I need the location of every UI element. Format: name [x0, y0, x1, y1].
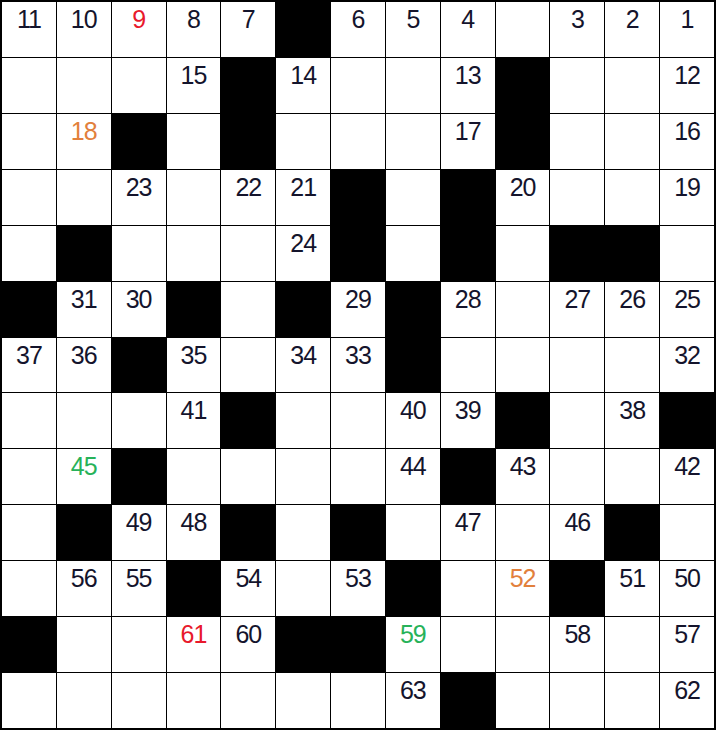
white-cell-r13-c8[interactable]: 63 [386, 673, 440, 728]
white-cell-r2-c1[interactable] [2, 58, 56, 113]
white-cell-r6-c11[interactable]: 27 [550, 282, 604, 337]
black-cell-r6-c6 [276, 282, 330, 337]
black-cell-r1-c6 [276, 2, 330, 57]
black-cell-r8-c5 [221, 393, 275, 448]
black-cell-r11-c4 [167, 561, 221, 616]
clue-number-42: 42 [674, 449, 700, 479]
white-cell-r5-c4[interactable] [167, 226, 221, 281]
white-cell-r10-c3[interactable]: 49 [112, 505, 166, 560]
clue-number-25: 25 [674, 282, 700, 312]
white-cell-r1-c2[interactable]: 10 [57, 2, 111, 57]
white-cell-r8-c9[interactable]: 39 [441, 393, 495, 448]
clue-number-38: 38 [619, 393, 645, 423]
clue-number-61: 61 [181, 617, 207, 647]
white-cell-r4-c8[interactable] [386, 170, 440, 225]
clue-number-36: 36 [71, 338, 97, 368]
white-cell-r4-c12[interactable] [605, 170, 659, 225]
black-cell-r10-c2 [57, 505, 111, 560]
white-cell-r4-c6[interactable]: 21 [276, 170, 330, 225]
white-cell-r4-c3[interactable]: 23 [112, 170, 166, 225]
white-cell-r13-c12[interactable] [605, 673, 659, 728]
white-cell-r13-c13[interactable]: 62 [660, 673, 714, 728]
black-cell-r9-c9 [441, 449, 495, 504]
white-cell-r11-c12[interactable]: 51 [605, 561, 659, 616]
clue-number-13: 13 [455, 58, 481, 88]
white-cell-r10-c8[interactable] [386, 505, 440, 560]
black-cell-r7-c8 [386, 338, 440, 393]
white-cell-r8-c4[interactable]: 41 [167, 393, 221, 448]
clue-number-27: 27 [564, 282, 590, 312]
white-cell-r12-c3[interactable] [112, 617, 166, 672]
white-cell-r6-c10[interactable] [496, 282, 550, 337]
white-cell-r2-c11[interactable] [550, 58, 604, 113]
black-cell-r13-c9 [441, 673, 495, 728]
white-cell-r9-c1[interactable] [2, 449, 56, 504]
white-cell-r12-c9[interactable] [441, 617, 495, 672]
black-cell-r9-c3 [112, 449, 166, 504]
white-cell-r2-c9[interactable]: 13 [441, 58, 495, 113]
white-cell-r12-c13[interactable]: 57 [660, 617, 714, 672]
white-cell-r6-c12[interactable]: 26 [605, 282, 659, 337]
white-cell-r2-c13[interactable]: 12 [660, 58, 714, 113]
black-cell-r6-c8 [386, 282, 440, 337]
clue-number-31: 31 [71, 282, 97, 312]
white-cell-r13-c2[interactable] [57, 673, 111, 728]
black-cell-r8-c10 [496, 393, 550, 448]
white-cell-r7-c1[interactable]: 37 [2, 338, 56, 393]
white-cell-r6-c9[interactable]: 28 [441, 282, 495, 337]
clue-number-32: 32 [674, 338, 700, 368]
black-cell-r6-c1 [2, 282, 56, 337]
clue-number-56: 56 [71, 561, 97, 591]
clue-number-35: 35 [181, 338, 207, 368]
clue-number-46: 46 [564, 505, 590, 535]
clue-number-12: 12 [674, 58, 700, 88]
white-cell-r8-c1[interactable] [2, 393, 56, 448]
white-cell-r8-c12[interactable]: 38 [605, 393, 659, 448]
black-cell-r3-c5 [221, 114, 275, 169]
white-cell-r1-c8[interactable]: 5 [386, 2, 440, 57]
clue-number-5: 5 [406, 2, 419, 32]
white-cell-r4-c10[interactable]: 20 [496, 170, 550, 225]
white-cell-r1-c5[interactable]: 7 [221, 2, 275, 57]
white-cell-r10-c11[interactable]: 46 [550, 505, 604, 560]
white-cell-r11-c9[interactable] [441, 561, 495, 616]
white-cell-r11-c7[interactable]: 53 [331, 561, 385, 616]
white-cell-r7-c2[interactable]: 36 [57, 338, 111, 393]
clue-number-41: 41 [181, 393, 207, 423]
white-cell-r9-c8[interactable]: 44 [386, 449, 440, 504]
white-cell-r4-c4[interactable] [167, 170, 221, 225]
white-cell-r1-c12[interactable]: 2 [605, 2, 659, 57]
clue-number-10: 10 [71, 2, 97, 32]
white-cell-r3-c9[interactable]: 17 [441, 114, 495, 169]
black-cell-r7-c3 [112, 338, 166, 393]
white-cell-r9-c2[interactable]: 45 [57, 449, 111, 504]
white-cell-r10-c4[interactable]: 48 [167, 505, 221, 560]
crossword-grid: 1110987654321151413121817162322212019243… [0, 0, 716, 730]
white-cell-r9-c13[interactable]: 42 [660, 449, 714, 504]
clue-number-50: 50 [674, 561, 700, 591]
white-cell-r2-c6[interactable]: 14 [276, 58, 330, 113]
white-cell-r11-c5[interactable]: 54 [221, 561, 275, 616]
black-cell-r8-c13 [660, 393, 714, 448]
white-cell-r2-c8[interactable] [386, 58, 440, 113]
white-cell-r6-c7[interactable]: 29 [331, 282, 385, 337]
black-cell-r5-c12 [605, 226, 659, 281]
clue-number-4: 4 [461, 2, 474, 32]
white-cell-r1-c1[interactable]: 11 [2, 2, 56, 57]
black-cell-r2-c5 [221, 58, 275, 113]
clue-number-24: 24 [290, 226, 316, 256]
white-cell-r5-c5[interactable] [221, 226, 275, 281]
white-cell-r9-c7[interactable] [331, 449, 385, 504]
black-cell-r12-c6 [276, 617, 330, 672]
white-cell-r8-c8[interactable]: 40 [386, 393, 440, 448]
white-cell-r11-c2[interactable]: 56 [57, 561, 111, 616]
white-cell-r13-c4[interactable] [167, 673, 221, 728]
white-cell-r8-c11[interactable] [550, 393, 604, 448]
clue-number-54: 54 [235, 561, 261, 591]
white-cell-r6-c13[interactable]: 25 [660, 282, 714, 337]
clue-number-33: 33 [345, 338, 371, 368]
white-cell-r10-c13[interactable] [660, 505, 714, 560]
clue-number-43: 43 [510, 449, 536, 479]
clue-number-55: 55 [126, 561, 152, 591]
white-cell-r7-c6[interactable]: 34 [276, 338, 330, 393]
clue-number-34: 34 [290, 338, 316, 368]
white-cell-r8-c2[interactable] [57, 393, 111, 448]
black-cell-r12-c1 [2, 617, 56, 672]
white-cell-r3-c4[interactable] [167, 114, 221, 169]
white-cell-r7-c12[interactable] [605, 338, 659, 393]
white-cell-r12-c8[interactable]: 59 [386, 617, 440, 672]
white-cell-r1-c7[interactable]: 6 [331, 2, 385, 57]
white-cell-r7-c5[interactable] [221, 338, 275, 393]
clue-number-26: 26 [619, 282, 645, 312]
white-cell-r1-c13[interactable]: 1 [660, 2, 714, 57]
black-cell-r4-c7 [331, 170, 385, 225]
white-cell-r13-c5[interactable] [221, 673, 275, 728]
black-cell-r6-c4 [167, 282, 221, 337]
clue-number-28: 28 [455, 282, 481, 312]
white-cell-r2-c2[interactable] [57, 58, 111, 113]
white-cell-r11-c3[interactable]: 55 [112, 561, 166, 616]
white-cell-r11-c1[interactable] [2, 561, 56, 616]
black-cell-r5-c2 [57, 226, 111, 281]
white-cell-r3-c13[interactable]: 16 [660, 114, 714, 169]
clue-number-45: 45 [71, 449, 97, 479]
white-cell-r7-c4[interactable]: 35 [167, 338, 221, 393]
white-cell-r9-c11[interactable] [550, 449, 604, 504]
white-cell-r5-c8[interactable] [386, 226, 440, 281]
white-cell-r7-c7[interactable]: 33 [331, 338, 385, 393]
white-cell-r2-c3[interactable] [112, 58, 166, 113]
white-cell-r3-c6[interactable] [276, 114, 330, 169]
clue-number-53: 53 [345, 561, 371, 591]
clue-number-22: 22 [235, 170, 261, 200]
black-cell-r2-c10 [496, 58, 550, 113]
white-cell-r4-c2[interactable] [57, 170, 111, 225]
white-cell-r8-c7[interactable] [331, 393, 385, 448]
white-cell-r2-c4[interactable]: 15 [167, 58, 221, 113]
white-cell-r13-c7[interactable] [331, 673, 385, 728]
white-cell-r5-c13[interactable] [660, 226, 714, 281]
clue-number-40: 40 [400, 393, 426, 423]
white-cell-r11-c13[interactable]: 50 [660, 561, 714, 616]
black-cell-r5-c7 [331, 226, 385, 281]
clue-number-37: 37 [16, 338, 42, 368]
white-cell-r5-c10[interactable] [496, 226, 550, 281]
white-cell-r12-c10[interactable] [496, 617, 550, 672]
black-cell-r5-c9 [441, 226, 495, 281]
white-cell-r1-c9[interactable]: 4 [441, 2, 495, 57]
clue-number-29: 29 [345, 282, 371, 312]
white-cell-r12-c12[interactable] [605, 617, 659, 672]
white-cell-r11-c6[interactable] [276, 561, 330, 616]
white-cell-r11-c10[interactable]: 52 [496, 561, 550, 616]
clue-number-14: 14 [290, 58, 316, 88]
black-cell-r3-c10 [496, 114, 550, 169]
white-cell-r5-c6[interactable]: 24 [276, 226, 330, 281]
white-cell-r7-c9[interactable] [441, 338, 495, 393]
white-cell-r8-c6[interactable] [276, 393, 330, 448]
white-cell-r2-c12[interactable] [605, 58, 659, 113]
clue-number-49: 49 [126, 505, 152, 535]
white-cell-r3-c7[interactable] [331, 114, 385, 169]
white-cell-r12-c5[interactable]: 60 [221, 617, 275, 672]
white-cell-r8-c3[interactable] [112, 393, 166, 448]
white-cell-r9-c5[interactable] [221, 449, 275, 504]
clue-number-21: 21 [290, 170, 316, 200]
black-cell-r11-c8 [386, 561, 440, 616]
white-cell-r6-c5[interactable] [221, 282, 275, 337]
clue-number-47: 47 [455, 505, 481, 535]
black-cell-r10-c5 [221, 505, 275, 560]
clue-number-60: 60 [235, 617, 261, 647]
clue-number-59: 59 [400, 617, 426, 647]
white-cell-r10-c6[interactable] [276, 505, 330, 560]
clue-number-57: 57 [674, 617, 700, 647]
white-cell-r13-c1[interactable] [2, 673, 56, 728]
clue-number-1: 1 [681, 2, 694, 32]
clue-number-18: 18 [71, 114, 97, 144]
black-cell-r4-c9 [441, 170, 495, 225]
white-cell-r3-c2[interactable]: 18 [57, 114, 111, 169]
white-cell-r12-c2[interactable] [57, 617, 111, 672]
white-cell-r3-c8[interactable] [386, 114, 440, 169]
black-cell-r10-c12 [605, 505, 659, 560]
white-cell-r4-c5[interactable]: 22 [221, 170, 275, 225]
clue-number-44: 44 [400, 449, 426, 479]
clue-number-30: 30 [126, 282, 152, 312]
clue-number-52: 52 [510, 561, 536, 591]
white-cell-r9-c4[interactable] [167, 449, 221, 504]
white-cell-r10-c1[interactable] [2, 505, 56, 560]
clue-number-58: 58 [564, 617, 590, 647]
clue-number-39: 39 [455, 393, 481, 423]
white-cell-r9-c12[interactable] [605, 449, 659, 504]
white-cell-r13-c6[interactable] [276, 673, 330, 728]
white-cell-r3-c11[interactable] [550, 114, 604, 169]
white-cell-r4-c13[interactable]: 19 [660, 170, 714, 225]
black-cell-r10-c7 [331, 505, 385, 560]
clue-number-48: 48 [181, 505, 207, 535]
clue-number-17: 17 [455, 114, 481, 144]
clue-number-11: 11 [17, 2, 41, 32]
white-cell-r6-c3[interactable]: 30 [112, 282, 166, 337]
white-cell-r13-c3[interactable] [112, 673, 166, 728]
clue-number-16: 16 [674, 114, 700, 144]
white-cell-r6-c2[interactable]: 31 [57, 282, 111, 337]
white-cell-r10-c10[interactable] [496, 505, 550, 560]
white-cell-r2-c7[interactable] [331, 58, 385, 113]
black-cell-r3-c3 [112, 114, 166, 169]
clue-number-62: 62 [674, 673, 700, 703]
clue-number-51: 51 [619, 561, 645, 591]
black-cell-r12-c7 [331, 617, 385, 672]
white-cell-r7-c10[interactable] [496, 338, 550, 393]
clue-number-6: 6 [352, 2, 365, 32]
white-cell-r5-c3[interactable] [112, 226, 166, 281]
white-cell-r1-c10[interactable] [496, 2, 550, 57]
clue-number-9: 9 [132, 2, 145, 32]
clue-number-19: 19 [674, 170, 700, 200]
white-cell-r3-c1[interactable] [2, 114, 56, 169]
clue-number-7: 7 [242, 2, 255, 32]
white-cell-r7-c11[interactable] [550, 338, 604, 393]
clue-number-63: 63 [400, 673, 426, 703]
white-cell-r1-c3[interactable]: 9 [112, 2, 166, 57]
white-cell-r5-c1[interactable] [2, 226, 56, 281]
white-cell-r12-c11[interactable]: 58 [550, 617, 604, 672]
white-cell-r9-c6[interactable] [276, 449, 330, 504]
clue-number-23: 23 [126, 170, 152, 200]
white-cell-r10-c9[interactable]: 47 [441, 505, 495, 560]
white-cell-r3-c12[interactable] [605, 114, 659, 169]
white-cell-r4-c1[interactable] [2, 170, 56, 225]
white-cell-r4-c11[interactable] [550, 170, 604, 225]
white-cell-r1-c11[interactable]: 3 [550, 2, 604, 57]
white-cell-r12-c4[interactable]: 61 [167, 617, 221, 672]
clue-number-3: 3 [571, 2, 584, 32]
clue-number-15: 15 [181, 58, 207, 88]
white-cell-r13-c10[interactable] [496, 673, 550, 728]
white-cell-r9-c10[interactable]: 43 [496, 449, 550, 504]
clue-number-8: 8 [187, 2, 200, 32]
black-cell-r11-c11 [550, 561, 604, 616]
clue-number-20: 20 [510, 170, 536, 200]
white-cell-r13-c11[interactable] [550, 673, 604, 728]
black-cell-r5-c11 [550, 226, 604, 281]
white-cell-r1-c4[interactable]: 8 [167, 2, 221, 57]
white-cell-r7-c13[interactable]: 32 [660, 338, 714, 393]
clue-number-2: 2 [626, 2, 639, 32]
